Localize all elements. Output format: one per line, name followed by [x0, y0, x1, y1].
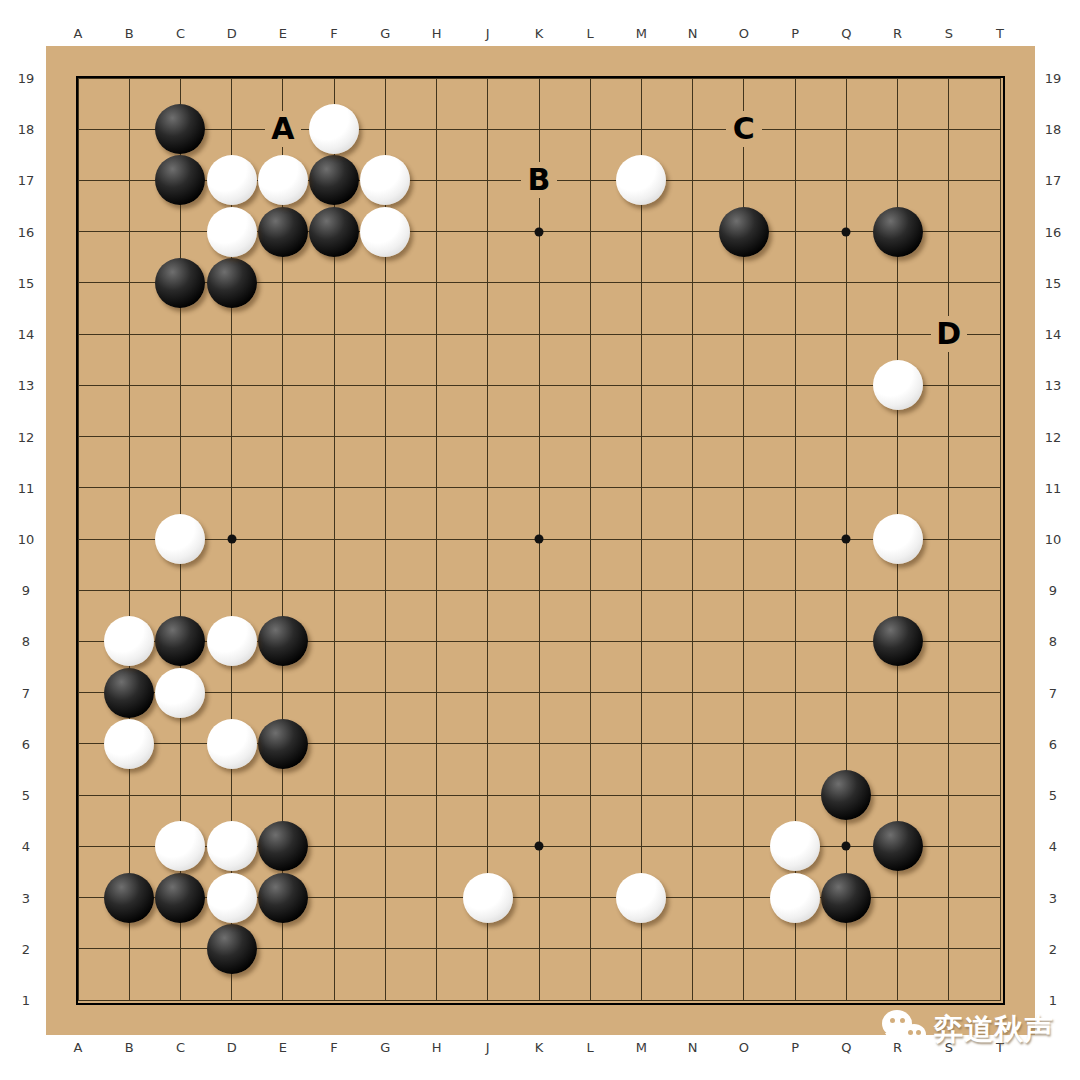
row-label-right: 13 [1045, 378, 1062, 393]
white-stone [616, 873, 666, 923]
column-label-bottom: F [330, 1040, 337, 1055]
white-stone [616, 155, 666, 205]
white-stone [207, 616, 257, 666]
black-stone [719, 207, 769, 257]
column-label-bottom: C [176, 1040, 185, 1055]
black-stone [258, 821, 308, 871]
black-stone [104, 668, 154, 718]
row-label-left: 11 [18, 480, 35, 495]
row-label-left: 8 [22, 634, 30, 649]
column-label-top: L [587, 26, 594, 41]
white-stone [104, 616, 154, 666]
column-label-top: C [176, 26, 185, 41]
row-label-right: 11 [1045, 480, 1062, 495]
white-stone [360, 207, 410, 257]
row-label-left: 3 [22, 890, 30, 905]
column-label-bottom: J [486, 1040, 490, 1055]
row-label-left: 14 [18, 327, 35, 342]
column-label-top: R [893, 26, 902, 41]
black-stone [207, 924, 257, 974]
row-label-left: 6 [22, 736, 30, 751]
column-label-top: F [330, 26, 337, 41]
annotation-D: D [936, 319, 961, 349]
row-label-right: 15 [1045, 275, 1062, 290]
row-label-right: 7 [1049, 685, 1057, 700]
row-label-left: 16 [18, 224, 35, 239]
row-label-left: 13 [18, 378, 35, 393]
white-stone [463, 873, 513, 923]
annotation-B: B [528, 165, 551, 195]
row-label-right: 12 [1045, 429, 1062, 444]
column-label-bottom: Q [841, 1040, 851, 1055]
white-stone [770, 821, 820, 871]
column-label-bottom: B [125, 1040, 134, 1055]
white-stone [873, 360, 923, 410]
column-label-bottom: O [739, 1040, 749, 1055]
white-stone [309, 104, 359, 154]
black-stone [821, 873, 871, 923]
white-stone [155, 821, 205, 871]
star-point [227, 535, 236, 544]
column-label-top: T [996, 26, 1004, 41]
column-label-bottom: H [432, 1040, 442, 1055]
column-label-bottom: A [74, 1040, 83, 1055]
row-label-left: 2 [22, 941, 30, 956]
column-label-top: G [380, 26, 390, 41]
column-label-top: B [125, 26, 134, 41]
white-stone [207, 207, 257, 257]
column-label-top: N [688, 26, 698, 41]
star-point [842, 227, 851, 236]
black-stone [258, 616, 308, 666]
white-stone [104, 719, 154, 769]
black-stone [258, 719, 308, 769]
black-stone [207, 258, 257, 308]
star-point [535, 227, 544, 236]
row-label-right: 9 [1049, 583, 1057, 598]
row-label-right: 10 [1045, 532, 1062, 547]
row-label-right: 14 [1045, 327, 1062, 342]
row-label-left: 9 [22, 583, 30, 598]
column-label-top: K [535, 26, 544, 41]
black-stone [873, 821, 923, 871]
row-label-left: 1 [22, 993, 30, 1008]
black-stone [873, 616, 923, 666]
go-diagram-page: AABBCCDDEEFFGGHHJJKKLLMMNNOOPPQQRRSSTT19… [0, 0, 1080, 1080]
row-label-left: 17 [18, 173, 35, 188]
row-label-right: 8 [1049, 634, 1057, 649]
row-label-left: 18 [18, 122, 35, 137]
star-point [535, 535, 544, 544]
wechat-icon-eye [908, 1030, 913, 1035]
row-label-right: 17 [1045, 173, 1062, 188]
column-label-top: S [945, 26, 953, 41]
row-label-left: 15 [18, 275, 35, 290]
column-label-top: J [486, 26, 490, 41]
white-stone [207, 821, 257, 871]
white-stone [360, 155, 410, 205]
wechat-icon-eye [900, 1018, 905, 1023]
wechat-icon-eye [916, 1030, 921, 1035]
wechat-icon-eye [890, 1018, 895, 1023]
row-label-right: 5 [1049, 788, 1057, 803]
white-stone [258, 155, 308, 205]
black-stone [155, 616, 205, 666]
column-label-bottom: E [279, 1040, 287, 1055]
star-point [842, 535, 851, 544]
white-stone [155, 514, 205, 564]
black-stone [155, 258, 205, 308]
black-stone [104, 873, 154, 923]
row-label-right: 16 [1045, 224, 1062, 239]
star-point [535, 842, 544, 851]
white-stone [207, 873, 257, 923]
column-label-bottom: P [791, 1040, 799, 1055]
column-label-top: H [432, 26, 442, 41]
wechat-icon-tail [885, 1033, 895, 1041]
column-label-bottom: N [688, 1040, 698, 1055]
row-label-left: 19 [18, 71, 35, 86]
watermark-text: 弈道秋声 [934, 1010, 1054, 1050]
column-label-top: P [791, 26, 799, 41]
black-stone [258, 207, 308, 257]
column-label-bottom: G [380, 1040, 390, 1055]
row-label-left: 5 [22, 788, 30, 803]
black-stone [873, 207, 923, 257]
column-label-top: D [227, 26, 237, 41]
white-stone [207, 719, 257, 769]
black-stone [155, 155, 205, 205]
annotation-A: A [271, 114, 294, 144]
column-label-top: A [74, 26, 83, 41]
watermark: 弈道秋声 [874, 1002, 1060, 1054]
column-label-bottom: D [227, 1040, 237, 1055]
column-label-top: M [636, 26, 647, 41]
black-stone [821, 770, 871, 820]
column-label-bottom: M [636, 1040, 647, 1055]
annotation-C: C [733, 114, 755, 144]
black-stone [309, 155, 359, 205]
row-label-left: 7 [22, 685, 30, 700]
row-label-right: 18 [1045, 122, 1062, 137]
row-label-right: 2 [1049, 941, 1057, 956]
column-label-bottom: L [587, 1040, 594, 1055]
row-label-right: 4 [1049, 839, 1057, 854]
row-label-right: 3 [1049, 890, 1057, 905]
column-label-bottom: K [535, 1040, 544, 1055]
row-label-left: 10 [18, 532, 35, 547]
column-label-top: O [739, 26, 749, 41]
white-stone [770, 873, 820, 923]
white-stone [873, 514, 923, 564]
row-label-left: 4 [22, 839, 30, 854]
column-label-top: E [279, 26, 287, 41]
black-stone [258, 873, 308, 923]
column-label-top: Q [841, 26, 851, 41]
row-label-right: 19 [1045, 71, 1062, 86]
wechat-icon-tail [912, 1042, 922, 1050]
black-stone [155, 104, 205, 154]
wechat-icon-small-bubble [902, 1024, 926, 1045]
black-stone [309, 207, 359, 257]
white-stone [155, 668, 205, 718]
row-label-right: 6 [1049, 736, 1057, 751]
row-label-left: 12 [18, 429, 35, 444]
star-point [842, 842, 851, 851]
white-stone [207, 155, 257, 205]
black-stone [155, 873, 205, 923]
